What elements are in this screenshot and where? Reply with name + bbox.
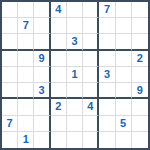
cell-r5c9[interactable]: [132, 67, 148, 83]
cell-r9c4[interactable]: [51, 132, 67, 148]
cell-r8c5[interactable]: [67, 116, 83, 132]
cell-r8c8[interactable]: 5: [116, 116, 132, 132]
given-digit: 7: [7, 118, 13, 129]
cell-r2c5[interactable]: [67, 18, 83, 34]
cell-r8c9[interactable]: [132, 116, 148, 132]
cell-r8c4[interactable]: [51, 116, 67, 132]
cell-r5c1[interactable]: [2, 67, 18, 83]
cell-r1c7[interactable]: 7: [99, 2, 115, 18]
cell-r5c5[interactable]: 1: [67, 67, 83, 83]
cell-r2c4[interactable]: [51, 18, 67, 34]
cell-r8c2[interactable]: [18, 116, 34, 132]
cell-r5c7[interactable]: 3: [99, 67, 115, 83]
cell-r6c9[interactable]: 9: [132, 83, 148, 99]
sudoku-board: 477392133924751: [0, 0, 150, 150]
given-digit: 3: [71, 36, 77, 47]
cell-r3c8[interactable]: [116, 34, 132, 50]
cell-r8c3[interactable]: [34, 116, 50, 132]
given-digit: 2: [55, 101, 61, 112]
cell-r7c9[interactable]: [132, 99, 148, 115]
given-digit: 7: [104, 4, 110, 15]
cell-r3c2[interactable]: [18, 34, 34, 50]
cell-r3c1[interactable]: [2, 34, 18, 50]
cell-r5c2[interactable]: [18, 67, 34, 83]
cell-r5c6[interactable]: [83, 67, 99, 83]
cell-r9c1[interactable]: [2, 132, 18, 148]
cell-r2c6[interactable]: [83, 18, 99, 34]
cell-r1c8[interactable]: [116, 2, 132, 18]
given-digit: 9: [38, 53, 44, 64]
cell-r1c2[interactable]: [18, 2, 34, 18]
given-digit: 5: [120, 118, 126, 129]
given-digit: 9: [137, 85, 143, 96]
cell-r3c3[interactable]: [34, 34, 50, 50]
cell-r1c5[interactable]: [67, 2, 83, 18]
cell-r3c7[interactable]: [99, 34, 115, 50]
cell-r7c7[interactable]: [99, 99, 115, 115]
cell-r3c5[interactable]: 3: [67, 34, 83, 50]
cell-r7c6[interactable]: 4: [83, 99, 99, 115]
cell-r1c6[interactable]: [83, 2, 99, 18]
cell-r6c6[interactable]: [83, 83, 99, 99]
cell-r7c4[interactable]: 2: [51, 99, 67, 115]
cell-r9c8[interactable]: [116, 132, 132, 148]
cell-r5c4[interactable]: [51, 67, 67, 83]
cell-r4c3[interactable]: 9: [34, 51, 50, 67]
cell-r4c7[interactable]: [99, 51, 115, 67]
cell-r2c1[interactable]: [2, 18, 18, 34]
cell-r6c8[interactable]: [116, 83, 132, 99]
given-digit: 1: [71, 69, 77, 80]
cell-r9c6[interactable]: [83, 132, 99, 148]
given-digit: 2: [137, 53, 143, 64]
cell-r8c6[interactable]: [83, 116, 99, 132]
cell-r1c4[interactable]: 4: [51, 2, 67, 18]
cell-r8c7[interactable]: [99, 116, 115, 132]
cell-r3c6[interactable]: [83, 34, 99, 50]
cell-r9c7[interactable]: [99, 132, 115, 148]
cell-r7c1[interactable]: [2, 99, 18, 115]
cell-r9c9[interactable]: [132, 132, 148, 148]
cell-r6c5[interactable]: [67, 83, 83, 99]
given-digit: 3: [38, 85, 44, 96]
cell-r2c3[interactable]: [34, 18, 50, 34]
cell-r7c2[interactable]: [18, 99, 34, 115]
cell-r4c5[interactable]: [67, 51, 83, 67]
cell-r8c1[interactable]: 7: [2, 116, 18, 132]
cell-r4c6[interactable]: [83, 51, 99, 67]
cell-r9c5[interactable]: [67, 132, 83, 148]
cell-r5c8[interactable]: [116, 67, 132, 83]
cell-r6c3[interactable]: 3: [34, 83, 50, 99]
given-digit: 4: [87, 101, 93, 112]
cell-r2c2[interactable]: 7: [18, 18, 34, 34]
given-digit: 1: [23, 134, 29, 145]
cell-r4c1[interactable]: [2, 51, 18, 67]
cell-r5c3[interactable]: [34, 67, 50, 83]
given-digit: 3: [104, 69, 110, 80]
cell-r6c2[interactable]: [18, 83, 34, 99]
cell-r7c5[interactable]: [67, 99, 83, 115]
cell-r6c4[interactable]: [51, 83, 67, 99]
cell-r4c8[interactable]: [116, 51, 132, 67]
cell-r7c3[interactable]: [34, 99, 50, 115]
cell-r7c8[interactable]: [116, 99, 132, 115]
cell-r3c4[interactable]: [51, 34, 67, 50]
given-digit: 7: [23, 20, 29, 31]
cell-r4c9[interactable]: 2: [132, 51, 148, 67]
cell-r2c9[interactable]: [132, 18, 148, 34]
cell-r4c4[interactable]: [51, 51, 67, 67]
cell-r9c3[interactable]: [34, 132, 50, 148]
cell-r4c2[interactable]: [18, 51, 34, 67]
given-digit: 4: [55, 4, 61, 15]
cell-r2c8[interactable]: [116, 18, 132, 34]
cell-r9c2[interactable]: 1: [18, 132, 34, 148]
cell-r1c1[interactable]: [2, 2, 18, 18]
cell-r2c7[interactable]: [99, 18, 115, 34]
cell-r6c1[interactable]: [2, 83, 18, 99]
cell-r1c9[interactable]: [132, 2, 148, 18]
cell-r1c3[interactable]: [34, 2, 50, 18]
cell-r6c7[interactable]: [99, 83, 115, 99]
cell-r3c9[interactable]: [132, 34, 148, 50]
